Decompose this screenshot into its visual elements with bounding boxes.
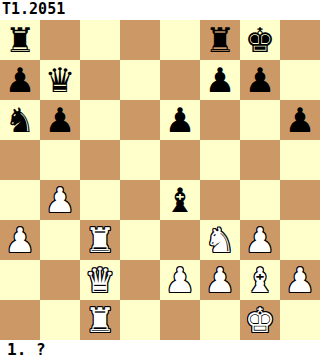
square-f1[interactable] (200, 300, 240, 340)
piece-black-pawn[interactable]: ♟ (245, 60, 275, 100)
piece-white-pawn[interactable]: ♟ (165, 260, 195, 300)
puzzle-title: T1.2051 (0, 0, 320, 20)
square-e2[interactable]: ♟ (160, 260, 200, 300)
square-b8[interactable] (40, 20, 80, 60)
square-d8[interactable] (120, 20, 160, 60)
square-h7[interactable] (280, 60, 320, 100)
chess-board: ♜♜♚♟♛♟♟♞♟♟♟♟♝♟♜♞♟♛♟♟♝♟♜♚ (0, 20, 320, 340)
square-c8[interactable] (80, 20, 120, 60)
piece-white-rook[interactable]: ♜ (85, 300, 115, 340)
square-c5[interactable] (80, 140, 120, 180)
chess-puzzle-app: T1.2051 ♜♜♚♟♛♟♟♞♟♟♟♟♝♟♜♞♟♛♟♟♝♟♜♚ 1. ? (0, 0, 320, 360)
square-d4[interactable] (120, 180, 160, 220)
piece-white-rook[interactable]: ♜ (85, 220, 115, 260)
square-c4[interactable] (80, 180, 120, 220)
square-b6[interactable]: ♟ (40, 100, 80, 140)
piece-black-pawn[interactable]: ♟ (5, 60, 35, 100)
square-e7[interactable] (160, 60, 200, 100)
square-c2[interactable]: ♛ (80, 260, 120, 300)
square-a7[interactable]: ♟ (0, 60, 40, 100)
piece-white-pawn[interactable]: ♟ (45, 180, 75, 220)
piece-black-rook[interactable]: ♜ (205, 20, 235, 60)
square-e4[interactable]: ♝ (160, 180, 200, 220)
square-a1[interactable] (0, 300, 40, 340)
square-b4[interactable]: ♟ (40, 180, 80, 220)
piece-black-king[interactable]: ♚ (245, 20, 275, 60)
square-h4[interactable] (280, 180, 320, 220)
piece-white-queen[interactable]: ♛ (85, 260, 115, 300)
square-b3[interactable] (40, 220, 80, 260)
square-c6[interactable] (80, 100, 120, 140)
square-f2[interactable]: ♟ (200, 260, 240, 300)
square-b7[interactable]: ♛ (40, 60, 80, 100)
square-d5[interactable] (120, 140, 160, 180)
piece-black-pawn[interactable]: ♟ (45, 100, 75, 140)
square-g4[interactable] (240, 180, 280, 220)
square-d3[interactable] (120, 220, 160, 260)
square-a2[interactable] (0, 260, 40, 300)
square-e1[interactable] (160, 300, 200, 340)
square-g3[interactable]: ♟ (240, 220, 280, 260)
square-h2[interactable]: ♟ (280, 260, 320, 300)
piece-black-pawn[interactable]: ♟ (165, 100, 195, 140)
square-d2[interactable] (120, 260, 160, 300)
square-b1[interactable] (40, 300, 80, 340)
square-d7[interactable] (120, 60, 160, 100)
square-h1[interactable] (280, 300, 320, 340)
piece-black-rook[interactable]: ♜ (5, 20, 35, 60)
piece-black-pawn[interactable]: ♟ (285, 100, 315, 140)
square-a8[interactable]: ♜ (0, 20, 40, 60)
piece-white-pawn[interactable]: ♟ (245, 220, 275, 260)
square-g2[interactable]: ♝ (240, 260, 280, 300)
piece-black-pawn[interactable]: ♟ (205, 60, 235, 100)
piece-white-pawn[interactable]: ♟ (5, 220, 35, 260)
square-g1[interactable]: ♚ (240, 300, 280, 340)
square-g5[interactable] (240, 140, 280, 180)
square-b2[interactable] (40, 260, 80, 300)
piece-white-king[interactable]: ♚ (245, 300, 275, 340)
square-a6[interactable]: ♞ (0, 100, 40, 140)
piece-black-knight[interactable]: ♞ (5, 100, 35, 140)
square-g8[interactable]: ♚ (240, 20, 280, 60)
square-f8[interactable]: ♜ (200, 20, 240, 60)
square-h3[interactable] (280, 220, 320, 260)
square-c1[interactable]: ♜ (80, 300, 120, 340)
square-a5[interactable] (0, 140, 40, 180)
square-f7[interactable]: ♟ (200, 60, 240, 100)
square-h6[interactable]: ♟ (280, 100, 320, 140)
square-h8[interactable] (280, 20, 320, 60)
square-c3[interactable]: ♜ (80, 220, 120, 260)
square-f3[interactable]: ♞ (200, 220, 240, 260)
piece-black-queen[interactable]: ♛ (45, 60, 75, 100)
square-b5[interactable] (40, 140, 80, 180)
piece-black-bishop[interactable]: ♝ (165, 180, 195, 220)
square-a4[interactable] (0, 180, 40, 220)
square-e5[interactable] (160, 140, 200, 180)
piece-white-pawn[interactable]: ♟ (285, 260, 315, 300)
piece-white-pawn[interactable]: ♟ (205, 260, 235, 300)
square-a3[interactable]: ♟ (0, 220, 40, 260)
square-g6[interactable] (240, 100, 280, 140)
square-d6[interactable] (120, 100, 160, 140)
move-prompt: 1. ? (0, 340, 320, 360)
square-f5[interactable] (200, 140, 240, 180)
square-h5[interactable] (280, 140, 320, 180)
piece-white-bishop[interactable]: ♝ (245, 260, 275, 300)
square-c7[interactable] (80, 60, 120, 100)
square-e6[interactable]: ♟ (160, 100, 200, 140)
square-e8[interactable] (160, 20, 200, 60)
square-d1[interactable] (120, 300, 160, 340)
piece-white-knight[interactable]: ♞ (205, 220, 235, 260)
square-e3[interactable] (160, 220, 200, 260)
square-f6[interactable] (200, 100, 240, 140)
square-g7[interactable]: ♟ (240, 60, 280, 100)
square-f4[interactable] (200, 180, 240, 220)
